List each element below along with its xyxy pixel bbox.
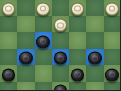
checkers-game-viewport: [0, 0, 120, 90]
playable-square-r4-c0[interactable]: [0, 65, 17, 82]
black-checker-piece-highlighted[interactable]: [54, 52, 68, 65]
playable-square-r4-c4[interactable]: [69, 65, 86, 82]
playable-square-r1-c3[interactable]: [52, 16, 69, 33]
black-checker-piece[interactable]: [105, 68, 119, 81]
dark-square-r5-c2: [35, 82, 52, 91]
dark-square-r1-c0: [0, 16, 17, 33]
playable-square-r2-c4[interactable]: [69, 32, 86, 49]
black-checker-piece-highlighted[interactable]: [19, 52, 33, 65]
playable-square-r4-c2[interactable]: [35, 65, 52, 82]
dark-square-r2-c3: [52, 32, 69, 49]
dark-square-r3-c6: [104, 49, 121, 66]
dark-square-r1-c4: [69, 16, 86, 33]
white-checker-piece[interactable]: [54, 19, 68, 32]
playable-square-r5-c3[interactable]: [52, 82, 69, 91]
black-checker-piece[interactable]: [54, 85, 68, 90]
white-checker-piece[interactable]: [71, 2, 85, 15]
playable-square-r5-c5[interactable]: [86, 82, 103, 91]
dark-square-r5-c4: [69, 82, 86, 91]
playable-square-r5-c1[interactable]: [17, 82, 34, 91]
highlighted-square-r3-c3[interactable]: [52, 49, 69, 66]
highlighted-square-r3-c1[interactable]: [17, 49, 34, 66]
playable-square-r0-c6[interactable]: [104, 0, 121, 16]
playable-square-r2-c6[interactable]: [104, 32, 121, 49]
dark-square-r3-c0: [0, 49, 17, 66]
playable-square-r4-c6[interactable]: [104, 65, 121, 82]
dark-square-r1-c2: [35, 16, 52, 33]
dark-square-r0-c3: [52, 0, 69, 16]
playable-square-r2-c0[interactable]: [0, 32, 17, 49]
black-checker-piece-highlighted[interactable]: [88, 52, 102, 65]
white-checker-piece[interactable]: [2, 2, 16, 15]
checkers-board: [0, 0, 120, 90]
dark-square-r0-c1: [17, 0, 34, 16]
dark-square-r3-c2: [35, 49, 52, 66]
black-checker-piece[interactable]: [2, 68, 16, 81]
dark-square-r4-c1: [17, 65, 34, 82]
dark-square-r1-c6: [104, 16, 121, 33]
dark-square-r4-c3: [52, 65, 69, 82]
white-checker-piece[interactable]: [36, 2, 50, 15]
playable-square-r0-c0[interactable]: [0, 0, 17, 16]
dark-square-r2-c5: [86, 32, 103, 49]
dark-square-r4-c5: [86, 65, 103, 82]
playable-square-r0-c2[interactable]: [35, 0, 52, 16]
highlighted-square-r3-c5[interactable]: [86, 49, 103, 66]
dark-square-r3-c4: [69, 49, 86, 66]
dark-square-r5-c6: [104, 82, 121, 91]
highlighted-square-r2-c2[interactable]: [35, 32, 52, 49]
dark-square-r5-c0: [0, 82, 17, 91]
black-checker-piece-highlighted[interactable]: [36, 35, 50, 48]
white-checker-piece[interactable]: [105, 2, 119, 15]
dark-square-r0-c5: [86, 0, 103, 16]
playable-square-r0-c4[interactable]: [69, 0, 86, 16]
playable-square-r1-c1[interactable]: [17, 16, 34, 33]
black-checker-piece[interactable]: [71, 68, 85, 81]
dark-square-r2-c1: [17, 32, 34, 49]
playable-square-r1-c5[interactable]: [86, 16, 103, 33]
